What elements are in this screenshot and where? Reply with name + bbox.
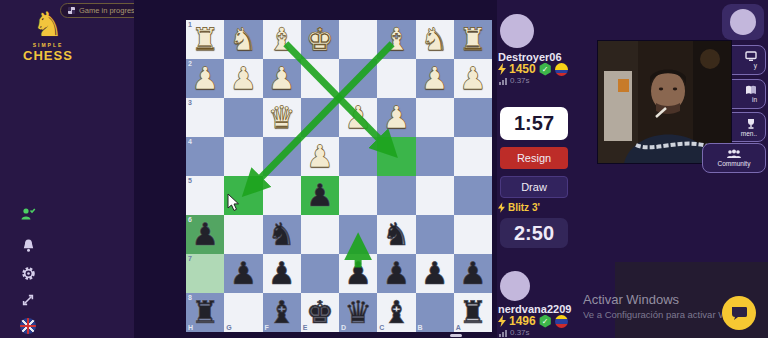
bolt-icon	[498, 315, 506, 327]
square-a4[interactable]	[454, 137, 492, 176]
rank-label: 3	[188, 99, 192, 106]
piece-bP[interactable]: ♟	[224, 254, 262, 293]
clock-black: 2:50	[500, 218, 568, 248]
piece-wN[interactable]: ♞	[224, 20, 262, 59]
rail-button-label: y	[754, 62, 757, 69]
player-top-rating-row: 1450 ✓	[498, 62, 568, 76]
square-a2[interactable]: ♟	[454, 59, 492, 98]
square-f4[interactable]	[263, 137, 301, 176]
piece-wP[interactable]: ♟	[301, 137, 339, 176]
piece-bP[interactable]: ♟	[454, 254, 492, 293]
square-b3[interactable]	[416, 98, 454, 137]
file-label: H	[188, 324, 193, 331]
notifications-bell-icon[interactable]	[19, 236, 37, 254]
time-control: Blitz 3'	[498, 202, 540, 213]
file-label: G	[226, 324, 231, 331]
square-b2[interactable]: ♟	[416, 59, 454, 98]
rail-button-label: in	[752, 96, 757, 103]
clock-white: 1:57	[500, 107, 568, 140]
piece-wP[interactable]: ♟	[416, 59, 454, 98]
square-e7[interactable]	[301, 254, 339, 293]
square-f5[interactable]	[263, 176, 301, 215]
rank-label: 6	[188, 216, 192, 223]
verified-badge-icon: ✓	[539, 315, 552, 328]
board-resize-handle[interactable]	[450, 334, 462, 337]
piece-wP[interactable]: ♟	[263, 59, 301, 98]
square-a8[interactable]: A♜	[454, 293, 492, 332]
square-a5[interactable]	[454, 176, 492, 215]
square-c8[interactable]: C♝	[377, 293, 415, 332]
square-e3[interactable]	[301, 98, 339, 137]
square-a6[interactable]	[454, 215, 492, 254]
piece-wB[interactable]: ♝	[377, 20, 415, 59]
game-status-label: Game in progress	[79, 6, 139, 15]
piece-wR[interactable]: ♜	[454, 20, 492, 59]
square-g7[interactable]: ♟	[224, 254, 262, 293]
square-d8[interactable]: D♛	[339, 293, 377, 332]
chat-bubble-icon	[730, 305, 748, 321]
rank-label: 1	[188, 21, 192, 28]
square-e6[interactable]	[301, 215, 339, 254]
bolt-icon	[498, 63, 506, 75]
resign-button[interactable]: Resign	[500, 147, 568, 169]
square-f3[interactable]: ♛	[263, 98, 301, 137]
square-e4[interactable]: ♟	[301, 137, 339, 176]
file-label: E	[303, 324, 308, 331]
settings-gear-icon[interactable]	[19, 264, 37, 282]
square-c1[interactable]: ♝	[377, 20, 415, 59]
square-g4[interactable]	[224, 137, 262, 176]
chat-button[interactable]	[722, 296, 756, 330]
mouse-cursor	[227, 193, 240, 212]
avatar[interactable]	[500, 14, 534, 48]
left-sidebar: ♞ SIMPLE CHESS	[0, 0, 134, 338]
square-d3[interactable]: ♟	[339, 98, 377, 137]
square-b1[interactable]: ♞	[416, 20, 454, 59]
player-bottom-rating-row: 1496 ✓	[498, 314, 568, 328]
rail-button-community[interactable]: Community	[702, 143, 766, 173]
file-label: F	[265, 324, 269, 331]
square-d6[interactable]	[339, 215, 377, 254]
piece-bN[interactable]: ♞	[377, 215, 415, 254]
square-c5[interactable]	[377, 176, 415, 215]
rank-label: 4	[188, 138, 192, 145]
piece-wP[interactable]: ♟	[454, 59, 492, 98]
piece-wP[interactable]: ♟	[339, 98, 377, 137]
language-uk-flag-icon[interactable]	[19, 317, 37, 335]
square-g3[interactable]	[224, 98, 262, 137]
square-b7[interactable]: ♟	[416, 254, 454, 293]
square-h8[interactable]: 8H♜	[186, 293, 224, 332]
square-d1[interactable]	[339, 20, 377, 59]
board-mini-icon	[68, 7, 75, 14]
square-c7[interactable]: ♟	[377, 254, 415, 293]
piece-wP[interactable]: ♟	[224, 59, 262, 98]
avatar[interactable]	[500, 271, 530, 301]
bolt-icon	[498, 202, 505, 213]
rank-label: 5	[188, 177, 192, 184]
square-a1[interactable]: ♜	[454, 20, 492, 59]
square-f1[interactable]: ♝	[263, 20, 301, 59]
signal-icon	[499, 330, 507, 337]
square-b8[interactable]: B	[416, 293, 454, 332]
square-f2[interactable]: ♟	[263, 59, 301, 98]
square-b6[interactable]	[416, 215, 454, 254]
colombia-flag-icon	[555, 63, 568, 76]
square-a3[interactable]	[454, 98, 492, 137]
square-e2[interactable]	[301, 59, 339, 98]
square-c2[interactable]	[377, 59, 415, 98]
square-g1[interactable]: ♞	[224, 20, 262, 59]
player-bottom-latency: 0.37s	[499, 328, 530, 337]
brand-line2: CHESS	[8, 48, 88, 63]
windows-watermark-subtitle: Ve a Configuración para activar Windo	[583, 309, 743, 320]
windows-watermark-title: Activar Windows	[583, 292, 679, 307]
rail-button-label: men..	[741, 130, 757, 137]
piece-bP[interactable]: ♟	[339, 254, 377, 293]
piece-wN[interactable]: ♞	[416, 20, 454, 59]
file-label: C	[379, 324, 384, 331]
square-g6[interactable]	[224, 215, 262, 254]
monitor-icon	[745, 51, 757, 61]
piece-wB[interactable]: ♝	[263, 20, 301, 59]
online-players-icon[interactable]	[19, 205, 37, 223]
square-h5[interactable]: 5	[186, 176, 224, 215]
rank-label: 8	[188, 294, 192, 301]
square-h7[interactable]: 7	[186, 254, 224, 293]
square-h1[interactable]: 1♜	[186, 20, 224, 59]
piece-bN[interactable]: ♞	[263, 215, 301, 254]
file-label: A	[456, 324, 461, 331]
verified-badge-icon: ✓	[539, 63, 552, 76]
rank-label: 2	[188, 60, 192, 67]
file-label: B	[418, 324, 423, 331]
square-e1[interactable]: ♚	[301, 20, 339, 59]
piece-wK[interactable]: ♚	[301, 20, 339, 59]
piece-bP[interactable]: ♟	[301, 176, 339, 215]
chess-board[interactable]: 1♜♞♝♚♝♞♜2♟♟♟♟♟3♛♟♟4♟5♟6♟♞♞7♟♟♟♟♟♟8H♜GF♝E…	[186, 20, 492, 332]
square-h2[interactable]: 2♟	[186, 59, 224, 98]
square-f8[interactable]: F♝	[263, 293, 301, 332]
player-bottom-rating: 1496	[509, 314, 536, 328]
square-d4[interactable]	[339, 137, 377, 176]
avatar	[730, 9, 756, 35]
square-e5[interactable]: ♟	[301, 176, 339, 215]
book-icon	[745, 85, 757, 95]
square-d7[interactable]: ♟	[339, 254, 377, 293]
square-d5[interactable]	[339, 176, 377, 215]
file-label: D	[341, 324, 346, 331]
piece-wQ[interactable]: ♛	[263, 98, 301, 137]
square-b5[interactable]	[416, 176, 454, 215]
profile-button[interactable]	[722, 4, 764, 40]
square-e8[interactable]: E♚	[301, 293, 339, 332]
piece-bP[interactable]: ♟	[416, 254, 454, 293]
square-a7[interactable]: ♟	[454, 254, 492, 293]
piece-bP[interactable]: ♟	[263, 254, 301, 293]
square-c6[interactable]: ♞	[377, 215, 415, 254]
square-h6[interactable]: 6♟	[186, 215, 224, 254]
square-b4[interactable]	[416, 137, 454, 176]
rank-label: 7	[188, 255, 192, 262]
people-icon	[726, 149, 742, 159]
square-d2[interactable]	[339, 59, 377, 98]
square-g2[interactable]: ♟	[224, 59, 262, 98]
square-c3[interactable]: ♟	[377, 98, 415, 137]
draw-button[interactable]: Draw	[500, 176, 568, 198]
square-h3[interactable]: 3	[186, 98, 224, 137]
square-f7[interactable]: ♟	[263, 254, 301, 293]
signal-icon	[499, 78, 507, 85]
trophy-icon	[745, 118, 757, 129]
square-h4[interactable]: 4	[186, 137, 224, 176]
player-top-latency: 0.37s	[499, 76, 530, 85]
fullscreen-icon[interactable]	[19, 291, 37, 309]
piece-wP[interactable]: ♟	[377, 98, 415, 137]
rail-button-label: Community	[718, 160, 751, 167]
venezuela-flag-icon	[555, 315, 568, 328]
square-g8[interactable]: G	[224, 293, 262, 332]
square-f6[interactable]: ♞	[263, 215, 301, 254]
square-c4[interactable]	[377, 137, 415, 176]
piece-bP[interactable]: ♟	[377, 254, 415, 293]
player-top-rating: 1450	[509, 62, 536, 76]
